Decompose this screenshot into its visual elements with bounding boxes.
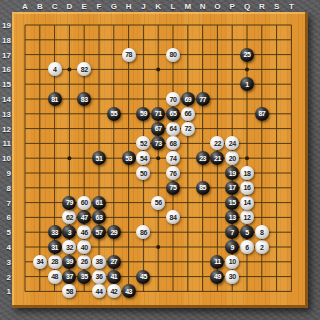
move-number: 57 [96, 229, 103, 236]
stone-white[interactable]: 2 [255, 240, 269, 254]
move-number: 74 [170, 155, 177, 162]
star-point [156, 156, 160, 160]
row-label: 7 [0, 198, 11, 207]
move-number: 7 [230, 229, 233, 236]
stone-black[interactable]: 55 [107, 107, 121, 121]
column-label: E [82, 2, 87, 11]
column-label: T [289, 2, 294, 11]
stone-white[interactable]: 10 [225, 255, 239, 269]
move-number: 63 [96, 214, 103, 221]
move-number: 60 [81, 199, 88, 206]
move-number: 9 [230, 244, 233, 251]
column-label: O [214, 2, 220, 11]
stone-black[interactable]: 67 [151, 122, 165, 136]
move-number: 43 [125, 288, 132, 295]
move-number: 87 [258, 110, 265, 117]
move-number: 19 [229, 170, 236, 177]
move-number: 4 [53, 66, 56, 73]
move-number: 44 [96, 288, 103, 295]
stone-white[interactable]: 66 [181, 107, 195, 121]
move-number: 55 [110, 110, 117, 117]
stone-white[interactable]: 16 [240, 181, 254, 195]
move-number: 62 [66, 214, 73, 221]
stone-black[interactable]: 35 [77, 270, 91, 284]
column-label: A [22, 2, 28, 11]
row-label: 3 [0, 257, 11, 266]
row-label: 16 [0, 65, 11, 74]
move-number: 50 [140, 170, 147, 177]
move-number: 29 [110, 229, 117, 236]
stone-white[interactable]: 72 [181, 122, 195, 136]
move-number: 1 [245, 81, 248, 88]
stone-black[interactable]: 31 [48, 240, 62, 254]
stone-black[interactable]: 23 [196, 151, 210, 165]
stone-black[interactable]: 33 [48, 225, 62, 239]
stone-white[interactable]: 8 [255, 225, 269, 239]
stone-white[interactable]: 18 [240, 166, 254, 180]
stone-white[interactable]: 64 [166, 122, 180, 136]
move-number: 34 [36, 258, 43, 265]
move-number: 80 [170, 51, 177, 58]
stone-black[interactable]: 27 [107, 255, 121, 269]
row-label: 19 [0, 21, 11, 30]
move-number: 68 [170, 140, 177, 147]
column-label: M [184, 2, 191, 11]
move-number: 22 [214, 140, 221, 147]
move-number: 86 [140, 229, 147, 236]
move-number: 83 [81, 96, 88, 103]
column-label: R [259, 2, 265, 11]
move-number: 81 [51, 96, 58, 103]
move-number: 52 [140, 140, 147, 147]
column-label: C [52, 2, 58, 11]
row-label: 4 [0, 243, 11, 252]
stone-black[interactable]: 75 [166, 181, 180, 195]
go-board[interactable]: 1234567891011121314151617181920212223242… [12, 12, 308, 308]
move-number: 53 [125, 155, 132, 162]
star-point [67, 67, 71, 71]
move-number: 77 [199, 96, 206, 103]
stone-black[interactable]: 41 [107, 270, 121, 284]
row-label: 18 [0, 35, 11, 44]
row-label: 9 [0, 169, 11, 178]
stone-black[interactable]: 53 [122, 151, 136, 165]
stone-white[interactable]: 6 [240, 240, 254, 254]
row-label: 2 [0, 272, 11, 281]
stone-black[interactable]: 69 [181, 92, 195, 106]
row-label: 14 [0, 95, 11, 104]
stone-black[interactable]: 49 [210, 270, 224, 284]
column-label: S [274, 2, 279, 11]
stone-black[interactable]: 79 [62, 196, 76, 210]
stone-white[interactable]: 56 [151, 196, 165, 210]
row-label: 17 [0, 50, 11, 59]
star-point [156, 245, 160, 249]
move-number: 39 [66, 258, 73, 265]
stone-white[interactable]: 60 [77, 196, 91, 210]
row-label: 6 [0, 213, 11, 222]
stone-white[interactable]: 76 [166, 166, 180, 180]
move-number: 11 [214, 258, 220, 265]
move-number: 58 [66, 288, 73, 295]
move-number: 6 [245, 244, 248, 251]
move-number: 28 [51, 258, 58, 265]
move-number: 72 [184, 125, 191, 132]
move-number: 78 [125, 51, 132, 58]
column-label: G [111, 2, 117, 11]
stone-white[interactable]: 4 [48, 62, 62, 76]
move-number: 5 [245, 229, 248, 236]
move-number: 79 [66, 199, 73, 206]
move-number: 23 [199, 155, 206, 162]
move-number: 21 [214, 155, 221, 162]
move-number: 8 [260, 229, 263, 236]
stone-black[interactable]: 17 [225, 181, 239, 195]
move-number: 35 [81, 273, 88, 280]
stone-black[interactable]: 29 [107, 225, 121, 239]
column-label: P [230, 2, 235, 11]
move-number: 12 [244, 214, 251, 221]
move-number: 38 [96, 258, 103, 265]
stone-white[interactable]: 38 [92, 255, 106, 269]
go-board-frame: 1234567891011121314151617181920212223242… [0, 0, 320, 320]
move-number: 69 [184, 96, 191, 103]
column-label: N [200, 2, 206, 11]
move-number: 17 [229, 184, 236, 191]
row-label: 11 [0, 139, 11, 148]
move-number: 37 [66, 273, 73, 280]
move-number: 61 [96, 199, 103, 206]
column-label: Q [244, 2, 250, 11]
move-number: 49 [214, 273, 221, 280]
move-number: 82 [81, 66, 88, 73]
star-point [156, 67, 160, 71]
move-number: 59 [140, 110, 147, 117]
move-number: 36 [96, 273, 103, 280]
stone-white[interactable]: 28 [48, 255, 62, 269]
row-label: 13 [0, 109, 11, 118]
row-label: 8 [0, 183, 11, 192]
move-number: 10 [229, 258, 236, 265]
move-number: 76 [170, 170, 177, 177]
move-number: 47 [81, 214, 88, 221]
move-number: 70 [170, 96, 177, 103]
move-number: 27 [110, 258, 117, 265]
move-number: 33 [51, 229, 58, 236]
move-number: 65 [170, 110, 177, 117]
stone-white[interactable]: 70 [166, 92, 180, 106]
move-number: 13 [229, 214, 236, 221]
move-number: 3 [68, 229, 71, 236]
move-number: 51 [96, 155, 103, 162]
move-number: 45 [140, 273, 147, 280]
move-number: 2 [260, 244, 263, 251]
move-number: 15 [229, 199, 236, 206]
move-number: 42 [110, 288, 117, 295]
move-number: 16 [244, 184, 251, 191]
column-label: K [155, 2, 161, 11]
stone-black[interactable]: 85 [196, 181, 210, 195]
move-number: 84 [170, 214, 177, 221]
stone-white[interactable]: 48 [48, 270, 62, 284]
column-label: B [37, 2, 43, 11]
stone-white[interactable]: 26 [77, 255, 91, 269]
stone-black[interactable]: 61 [92, 196, 106, 210]
stone-white[interactable]: 30 [225, 270, 239, 284]
move-number: 14 [244, 199, 251, 206]
stone-black[interactable]: 15 [225, 196, 239, 210]
move-number: 40 [81, 244, 88, 251]
move-number: 71 [155, 110, 162, 117]
column-label: J [141, 2, 145, 11]
stone-black[interactable]: 65 [166, 107, 180, 121]
move-number: 20 [229, 155, 236, 162]
move-number: 18 [244, 170, 251, 177]
move-number: 24 [229, 140, 236, 147]
stone-black[interactable]: 43 [122, 284, 136, 298]
stone-white[interactable]: 78 [122, 48, 136, 62]
row-label: 12 [0, 124, 11, 133]
move-number: 32 [66, 244, 73, 251]
stone-black[interactable]: 25 [240, 48, 254, 62]
move-number: 41 [110, 273, 117, 280]
move-number: 26 [81, 258, 88, 265]
stone-white[interactable]: 36 [92, 270, 106, 284]
row-label: 10 [0, 154, 11, 163]
column-label: F [97, 2, 102, 11]
stone-white[interactable]: 14 [240, 196, 254, 210]
move-number: 56 [155, 199, 162, 206]
row-label: 15 [0, 80, 11, 89]
row-label: 1 [0, 287, 11, 296]
stone-white[interactable]: 34 [33, 255, 47, 269]
stone-black[interactable]: 45 [136, 270, 150, 284]
move-number: 75 [170, 184, 177, 191]
stone-black[interactable]: 87 [255, 107, 269, 121]
row-label: 5 [0, 228, 11, 237]
column-label: D [67, 2, 73, 11]
move-number: 64 [170, 125, 177, 132]
move-number: 73 [155, 140, 162, 147]
star-point [245, 67, 249, 71]
stone-black[interactable]: 81 [48, 92, 62, 106]
move-number: 25 [244, 51, 251, 58]
star-point [245, 156, 249, 160]
stone-black[interactable]: 71 [151, 107, 165, 121]
move-number: 67 [155, 125, 162, 132]
stone-black[interactable]: 77 [196, 92, 210, 106]
column-label: L [171, 2, 176, 11]
move-number: 30 [229, 273, 236, 280]
move-number: 85 [199, 184, 206, 191]
star-point [67, 156, 71, 160]
move-number: 46 [81, 229, 88, 236]
stone-white[interactable]: 80 [166, 48, 180, 62]
move-number: 31 [51, 244, 58, 251]
column-label: H [126, 2, 132, 11]
move-number: 54 [140, 155, 147, 162]
stone-black[interactable]: 37 [62, 270, 76, 284]
move-number: 66 [184, 110, 191, 117]
move-number: 48 [51, 273, 58, 280]
